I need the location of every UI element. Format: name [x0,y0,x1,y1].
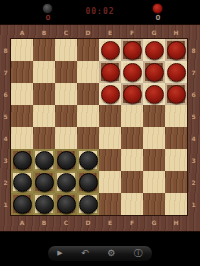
square-f7[interactable] [121,61,143,83]
file-label-b: B [33,28,55,38]
square-d2[interactable] [77,171,99,193]
file-label-h: H [165,218,187,228]
rank-label-6: 6 [187,83,200,105]
square-b4[interactable] [33,127,55,149]
black-piece[interactable] [35,151,54,170]
black-piece[interactable] [13,195,32,214]
square-h2[interactable] [165,171,187,193]
red-piece[interactable] [101,63,120,82]
square-e4[interactable] [99,127,121,149]
file-label-d: D [77,218,99,228]
square-g8[interactable] [143,39,165,61]
file-label-f: F [121,28,143,38]
red-piece[interactable] [145,41,164,60]
square-a7[interactable] [11,61,33,83]
undo-icon[interactable]: ↶ [81,249,89,258]
play-icon[interactable]: ▶ [57,249,62,258]
red-piece[interactable] [123,63,142,82]
info-icon[interactable]: ⓘ [134,249,143,258]
square-e1[interactable] [99,193,121,215]
rank-label-5: 5 [0,105,11,127]
square-h5[interactable] [165,105,187,127]
file-label-h: H [165,28,187,38]
square-c8[interactable] [55,39,77,61]
file-label-a: A [11,28,33,38]
square-b1[interactable] [33,193,55,215]
rank-label-4: 4 [0,127,11,149]
red-piece[interactable] [167,63,186,82]
red-piece[interactable] [145,63,164,82]
square-f6[interactable] [121,83,143,105]
square-f4[interactable] [121,127,143,149]
settings-icon[interactable]: ⚙ [107,249,115,258]
black-piece[interactable] [13,173,32,192]
square-a6[interactable] [11,83,33,105]
bottom-toolbar: ▶↶⚙ⓘ [47,245,153,262]
rank-label-6: 6 [0,83,11,105]
black-piece[interactable] [57,151,76,170]
file-label-d: D [77,28,99,38]
square-d7[interactable] [77,61,99,83]
square-e2[interactable] [99,171,121,193]
square-h4[interactable] [165,127,187,149]
square-d6[interactable] [77,83,99,105]
square-e7[interactable] [99,61,121,83]
file-label-g: G [143,28,165,38]
red-piece[interactable] [101,85,120,104]
square-g7[interactable] [143,61,165,83]
square-a3[interactable] [11,149,33,171]
square-d5[interactable] [77,105,99,127]
red-captured-count: 0 [148,14,168,23]
red-piece[interactable] [101,41,120,60]
file-label-e: E [99,218,121,228]
red-player-piece-icon [152,3,163,14]
square-h7[interactable] [165,61,187,83]
square-a8[interactable] [11,39,33,61]
rank-label-3: 3 [0,149,11,171]
rank-label-2: 2 [187,171,200,193]
square-c5[interactable] [55,105,77,127]
black-piece[interactable] [79,151,98,170]
square-g4[interactable] [143,127,165,149]
square-f5[interactable] [121,105,143,127]
rank-label-1: 1 [187,193,200,215]
rank-label-3: 3 [187,149,200,171]
black-piece[interactable] [79,195,98,214]
app-screen: 0 00:02 0 ABCDEFGH ABCDEFGH 87654321 876… [0,0,200,266]
square-a5[interactable] [11,105,33,127]
square-b2[interactable] [33,171,55,193]
black-piece[interactable] [35,195,54,214]
square-b8[interactable] [33,39,55,61]
square-e5[interactable] [99,105,121,127]
square-c6[interactable] [55,83,77,105]
square-g6[interactable] [143,83,165,105]
file-label-b: B [33,218,55,228]
black-piece[interactable] [57,195,76,214]
file-label-a: A [11,218,33,228]
red-piece[interactable] [167,41,186,60]
rank-label-7: 7 [187,61,200,83]
red-piece[interactable] [145,85,164,104]
square-f3[interactable] [121,149,143,171]
square-e8[interactable] [99,39,121,61]
game-timer: 00:02 [0,7,200,16]
rank-label-8: 8 [0,39,11,61]
square-f2[interactable] [121,171,143,193]
file-labels-bottom: ABCDEFGH [11,218,187,228]
file-label-c: C [55,28,77,38]
square-h3[interactable] [165,149,187,171]
square-b6[interactable] [33,83,55,105]
rank-label-4: 4 [187,127,200,149]
square-c4[interactable] [55,127,77,149]
board-squares [11,39,187,215]
square-c2[interactable] [55,171,77,193]
rank-labels-right: 87654321 [187,39,200,215]
red-piece[interactable] [123,85,142,104]
square-c7[interactable] [55,61,77,83]
square-h8[interactable] [165,39,187,61]
square-g1[interactable] [143,193,165,215]
square-h6[interactable] [165,83,187,105]
square-d8[interactable] [77,39,99,61]
rank-label-7: 7 [0,61,11,83]
square-b3[interactable] [33,149,55,171]
square-a1[interactable] [11,193,33,215]
square-e6[interactable] [99,83,121,105]
square-f8[interactable] [121,39,143,61]
square-d4[interactable] [77,127,99,149]
square-a2[interactable] [11,171,33,193]
rank-labels-left: 87654321 [0,39,11,215]
black-piece[interactable] [13,151,32,170]
rank-label-5: 5 [187,105,200,127]
square-d1[interactable] [77,193,99,215]
rank-label-1: 1 [0,193,11,215]
file-label-g: G [143,218,165,228]
square-c3[interactable] [55,149,77,171]
square-c1[interactable] [55,193,77,215]
black-piece[interactable] [35,173,54,192]
square-b7[interactable] [33,61,55,83]
square-g3[interactable] [143,149,165,171]
file-label-f: F [121,218,143,228]
file-labels-top: ABCDEFGH [11,28,187,38]
rank-label-2: 2 [0,171,11,193]
square-f1[interactable] [121,193,143,215]
rank-label-8: 8 [187,39,200,61]
square-g5[interactable] [143,105,165,127]
square-h1[interactable] [165,193,187,215]
square-b5[interactable] [33,105,55,127]
red-piece[interactable] [123,41,142,60]
top-status-bar: 0 00:02 0 [0,0,200,24]
black-piece[interactable] [79,173,98,192]
black-piece[interactable] [57,173,76,192]
file-label-e: E [99,28,121,38]
square-a4[interactable] [11,127,33,149]
checkers-board: ABCDEFGH ABCDEFGH 87654321 87654321 [0,24,200,232]
file-label-c: C [55,218,77,228]
square-d3[interactable] [77,149,99,171]
square-e3[interactable] [99,149,121,171]
red-piece[interactable] [167,85,186,104]
square-g2[interactable] [143,171,165,193]
